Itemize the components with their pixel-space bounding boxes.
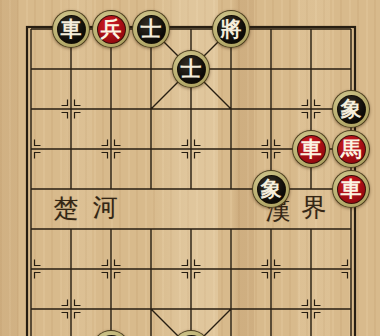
piece-face: 兵 xyxy=(97,15,126,44)
piece-black-elephant[interactable]: 象 xyxy=(252,170,290,208)
piece-black-chariot[interactable]: 車 xyxy=(52,10,90,48)
river-label-jie: 界 xyxy=(302,195,327,220)
piece-face: 將 xyxy=(217,15,246,44)
piece-face: 車 xyxy=(337,175,366,204)
piece-face: 象 xyxy=(257,175,286,204)
river-label-he: 河 xyxy=(93,195,118,220)
piece-face: 車 xyxy=(57,15,86,44)
piece-red-horse[interactable]: 馬 xyxy=(332,130,370,168)
piece-red-chariot[interactable]: 車 xyxy=(292,130,330,168)
xiangqi-board[interactable]: 楚 河 漢 界 車 兵 士 將 士 象 車 馬 象 車 xyxy=(0,0,380,336)
piece-face: 車 xyxy=(297,135,326,164)
piece-face: 馬 xyxy=(337,135,366,164)
piece-face: 士 xyxy=(137,15,166,44)
piece-black-advisor[interactable]: 士 xyxy=(132,10,170,48)
river-label-chu: 楚 xyxy=(54,196,79,221)
piece-red-chariot[interactable]: 車 xyxy=(332,170,370,208)
piece-black-general[interactable]: 將 xyxy=(212,10,250,48)
piece-black-advisor[interactable]: 士 xyxy=(172,50,210,88)
piece-black-elephant[interactable]: 象 xyxy=(332,90,370,128)
piece-red-soldier[interactable]: 兵 xyxy=(92,10,130,48)
piece-face: 士 xyxy=(177,55,206,84)
piece-face: 象 xyxy=(337,95,366,124)
